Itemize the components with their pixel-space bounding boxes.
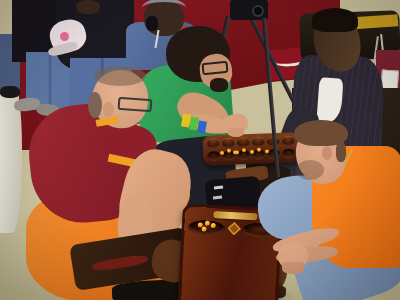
vignette: [0, 0, 400, 300]
photo-scene: [0, 0, 400, 300]
